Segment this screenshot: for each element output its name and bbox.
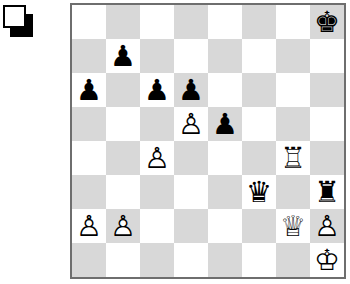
white-pawn-c4[interactable]: ♟♙ [140, 141, 174, 175]
square-h3[interactable]: ♜ [310, 175, 344, 209]
square-f1[interactable] [242, 243, 276, 277]
black-pawn-a6[interactable]: ♟ [72, 73, 106, 107]
square-g2[interactable]: ♛♕ [276, 209, 310, 243]
square-f8[interactable] [242, 5, 276, 39]
white-pawn-h2[interactable]: ♟♙ [310, 209, 344, 243]
black-rook-h3[interactable]: ♜ [310, 175, 344, 209]
white-pawn-b2[interactable]: ♟♙ [106, 209, 140, 243]
square-c8[interactable] [140, 5, 174, 39]
square-c4[interactable]: ♟♙ [140, 141, 174, 175]
square-h5[interactable] [310, 107, 344, 141]
square-f5[interactable] [242, 107, 276, 141]
black-queen-f3[interactable]: ♛ [242, 175, 276, 209]
square-f7[interactable] [242, 39, 276, 73]
square-e7[interactable] [208, 39, 242, 73]
square-b1[interactable] [106, 243, 140, 277]
square-g7[interactable] [276, 39, 310, 73]
square-h1[interactable]: ♚♔ [310, 243, 344, 277]
square-b6[interactable] [106, 73, 140, 107]
square-b5[interactable] [106, 107, 140, 141]
white-piece-outline: ♕ [276, 209, 310, 243]
square-f3[interactable]: ♛ [242, 175, 276, 209]
square-a1[interactable] [72, 243, 106, 277]
square-c1[interactable] [140, 243, 174, 277]
square-d8[interactable] [174, 5, 208, 39]
square-b3[interactable] [106, 175, 140, 209]
square-h8[interactable]: ♚ [310, 5, 344, 39]
square-a4[interactable] [72, 141, 106, 175]
white-queen-g2[interactable]: ♛♕ [276, 209, 310, 243]
white-piece-outline: ♖ [276, 141, 310, 175]
chess-diagram: { "game": "chess", "position": { "fen": … [0, 0, 350, 284]
white-to-move-indicator [3, 5, 35, 37]
square-a8[interactable] [72, 5, 106, 39]
square-g8[interactable] [276, 5, 310, 39]
square-g5[interactable] [276, 107, 310, 141]
white-piece-outline: ♙ [310, 209, 344, 243]
square-c7[interactable] [140, 39, 174, 73]
chess-board: ♚♟♟♟♟♟♙♟♟♙♜♖♛♜♟♙♟♙♛♕♟♙♚♔ [70, 3, 346, 279]
square-a2[interactable]: ♟♙ [72, 209, 106, 243]
square-e6[interactable] [208, 73, 242, 107]
white-pawn-a2[interactable]: ♟♙ [72, 209, 106, 243]
square-e8[interactable] [208, 5, 242, 39]
white-piece-outline: ♙ [106, 209, 140, 243]
square-a5[interactable] [72, 107, 106, 141]
white-pawn-d5[interactable]: ♟♙ [174, 107, 208, 141]
square-f4[interactable] [242, 141, 276, 175]
square-c3[interactable] [140, 175, 174, 209]
square-f2[interactable] [242, 209, 276, 243]
square-b8[interactable] [106, 5, 140, 39]
square-h6[interactable] [310, 73, 344, 107]
square-f6[interactable] [242, 73, 276, 107]
square-e1[interactable] [208, 243, 242, 277]
black-pawn-e5[interactable]: ♟ [208, 107, 242, 141]
square-d2[interactable] [174, 209, 208, 243]
square-g3[interactable] [276, 175, 310, 209]
square-g1[interactable] [276, 243, 310, 277]
square-a3[interactable] [72, 175, 106, 209]
square-d4[interactable] [174, 141, 208, 175]
square-d7[interactable] [174, 39, 208, 73]
square-a7[interactable] [72, 39, 106, 73]
white-rook-g4[interactable]: ♜♖ [276, 141, 310, 175]
square-g6[interactable] [276, 73, 310, 107]
square-c6[interactable]: ♟ [140, 73, 174, 107]
square-h2[interactable]: ♟♙ [310, 209, 344, 243]
square-d3[interactable] [174, 175, 208, 209]
black-pawn-d6[interactable]: ♟ [174, 73, 208, 107]
square-e4[interactable] [208, 141, 242, 175]
square-d5[interactable]: ♟♙ [174, 107, 208, 141]
square-d6[interactable]: ♟ [174, 73, 208, 107]
square-c5[interactable] [140, 107, 174, 141]
square-e5[interactable]: ♟ [208, 107, 242, 141]
square-b2[interactable]: ♟♙ [106, 209, 140, 243]
square-b4[interactable] [106, 141, 140, 175]
square-e2[interactable] [208, 209, 242, 243]
square-h4[interactable] [310, 141, 344, 175]
black-king-h8[interactable]: ♚ [310, 5, 344, 39]
white-piece-outline: ♙ [174, 107, 208, 141]
white-piece-outline: ♙ [72, 209, 106, 243]
square-g4[interactable]: ♜♖ [276, 141, 310, 175]
square-e3[interactable] [208, 175, 242, 209]
square-a6[interactable]: ♟ [72, 73, 106, 107]
white-piece-outline: ♙ [140, 141, 174, 175]
white-king-h1[interactable]: ♚♔ [310, 243, 344, 277]
square-d1[interactable] [174, 243, 208, 277]
white-piece-outline: ♔ [310, 243, 344, 277]
square-h7[interactable] [310, 39, 344, 73]
black-pawn-c6[interactable]: ♟ [140, 73, 174, 107]
black-pawn-b7[interactable]: ♟ [106, 39, 140, 73]
square-c2[interactable] [140, 209, 174, 243]
indicator-white-square [3, 5, 26, 28]
square-b7[interactable]: ♟ [106, 39, 140, 73]
